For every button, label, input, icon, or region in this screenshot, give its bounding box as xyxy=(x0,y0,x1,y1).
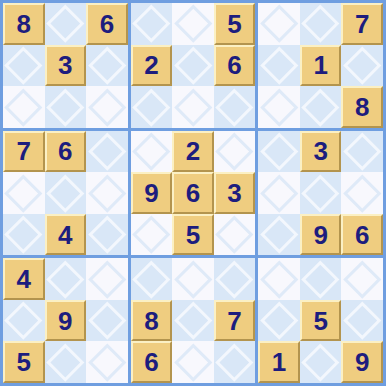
cell-r3c4[interactable] xyxy=(131,86,173,128)
cell-r5c6: 3 xyxy=(214,172,256,214)
box-7: 495 xyxy=(3,258,128,383)
diamond-pattern xyxy=(343,133,381,171)
diamond-pattern xyxy=(343,260,381,298)
cell-r9c5[interactable] xyxy=(172,341,214,383)
cell-r2c7[interactable] xyxy=(258,45,300,87)
diamond-pattern xyxy=(5,302,43,340)
diamond-pattern xyxy=(88,88,126,126)
diamond-pattern xyxy=(47,260,85,298)
diamond-pattern xyxy=(302,88,340,126)
diamond-pattern xyxy=(343,174,381,212)
cell-r8c8: 5 xyxy=(300,300,342,342)
cell-r7c9[interactable] xyxy=(341,258,383,300)
cell-r6c1[interactable] xyxy=(3,214,45,256)
diamond-pattern xyxy=(260,302,298,340)
diamond-pattern xyxy=(302,343,340,381)
cell-r4c9[interactable] xyxy=(341,131,383,173)
cell-r2c8: 1 xyxy=(300,45,342,87)
diamond-pattern xyxy=(133,133,171,171)
diamond-pattern xyxy=(260,133,298,171)
diamond-pattern xyxy=(47,5,85,43)
cell-r9c9: 9 xyxy=(341,341,383,383)
cell-r5c3[interactable] xyxy=(86,172,128,214)
cell-r1c1: 8 xyxy=(3,3,45,45)
cell-r9c8[interactable] xyxy=(300,341,342,383)
diamond-pattern xyxy=(88,343,126,381)
diamond-pattern xyxy=(260,216,298,254)
cell-r3c9: 8 xyxy=(341,86,383,128)
diamond-pattern xyxy=(5,174,43,212)
cell-r5c7[interactable] xyxy=(258,172,300,214)
cell-r4c3[interactable] xyxy=(86,131,128,173)
diamond-pattern xyxy=(216,133,254,171)
cell-r8c5[interactable] xyxy=(172,300,214,342)
diamond-pattern xyxy=(88,47,126,85)
diamond-pattern xyxy=(133,260,171,298)
box-6: 396 xyxy=(258,131,383,256)
cell-r3c7[interactable] xyxy=(258,86,300,128)
diamond-pattern xyxy=(174,5,212,43)
diamond-pattern xyxy=(5,216,43,254)
cell-r9c4: 6 xyxy=(131,341,173,383)
cell-r7c5[interactable] xyxy=(172,258,214,300)
cell-r4c2: 6 xyxy=(45,131,87,173)
cell-r2c2: 3 xyxy=(45,45,87,87)
diamond-pattern xyxy=(216,216,254,254)
cell-r5c5: 6 xyxy=(172,172,214,214)
cell-r3c5[interactable] xyxy=(172,86,214,128)
box-9: 519 xyxy=(258,258,383,383)
diamond-pattern xyxy=(260,174,298,212)
cell-r3c2[interactable] xyxy=(45,86,87,128)
box-3: 718 xyxy=(258,3,383,128)
diamond-pattern xyxy=(47,88,85,126)
diamond-pattern xyxy=(88,260,126,298)
cell-r9c7: 1 xyxy=(258,341,300,383)
diamond-pattern xyxy=(47,343,85,381)
diamond-pattern xyxy=(133,216,171,254)
cell-r1c4[interactable] xyxy=(131,3,173,45)
diamond-pattern xyxy=(260,260,298,298)
diamond-pattern xyxy=(5,47,43,85)
cell-r7c8[interactable] xyxy=(300,258,342,300)
diamond-pattern xyxy=(302,260,340,298)
cell-r4c8: 3 xyxy=(300,131,342,173)
cell-r6c8: 9 xyxy=(300,214,342,256)
diamond-pattern xyxy=(216,260,254,298)
cell-r8c2: 9 xyxy=(45,300,87,342)
cell-r2c4: 2 xyxy=(131,45,173,87)
cell-r6c3[interactable] xyxy=(86,214,128,256)
cell-r4c7[interactable] xyxy=(258,131,300,173)
box-2: 526 xyxy=(131,3,256,128)
cell-r3c8[interactable] xyxy=(300,86,342,128)
cell-r4c4[interactable] xyxy=(131,131,173,173)
diamond-pattern xyxy=(216,343,254,381)
diamond-pattern xyxy=(343,47,381,85)
diamond-pattern xyxy=(88,174,126,212)
diamond-pattern xyxy=(302,5,340,43)
cell-r6c5: 5 xyxy=(172,214,214,256)
cell-r1c3: 6 xyxy=(86,3,128,45)
cell-r8c7[interactable] xyxy=(258,300,300,342)
cell-r6c2: 4 xyxy=(45,214,87,256)
diamond-pattern xyxy=(133,88,171,126)
cell-r7c3[interactable] xyxy=(86,258,128,300)
cell-r6c9: 6 xyxy=(341,214,383,256)
box-5: 29635 xyxy=(131,131,256,256)
cell-r1c2[interactable] xyxy=(45,3,87,45)
cell-r4c6[interactable] xyxy=(214,131,256,173)
cell-r3c3[interactable] xyxy=(86,86,128,128)
cell-r5c9[interactable] xyxy=(341,172,383,214)
cell-r2c3[interactable] xyxy=(86,45,128,87)
cell-r3c1[interactable] xyxy=(3,86,45,128)
cell-r9c6[interactable] xyxy=(214,341,256,383)
diamond-pattern xyxy=(133,5,171,43)
box-1: 863 xyxy=(3,3,128,128)
cell-r5c4: 9 xyxy=(131,172,173,214)
cell-r3c6[interactable] xyxy=(214,86,256,128)
cell-r7c7[interactable] xyxy=(258,258,300,300)
cell-r7c1: 4 xyxy=(3,258,45,300)
cell-r5c1[interactable] xyxy=(3,172,45,214)
cell-r8c1[interactable] xyxy=(3,300,45,342)
diamond-pattern xyxy=(174,302,212,340)
cell-r2c9[interactable] xyxy=(341,45,383,87)
cell-r1c8[interactable] xyxy=(300,3,342,45)
diamond-pattern xyxy=(260,5,298,43)
diamond-pattern xyxy=(5,88,43,126)
cell-r8c4: 8 xyxy=(131,300,173,342)
cell-r1c6: 5 xyxy=(214,3,256,45)
diamond-pattern xyxy=(343,302,381,340)
cell-r7c6[interactable] xyxy=(214,258,256,300)
cell-r9c2[interactable] xyxy=(45,341,87,383)
cell-r7c4[interactable] xyxy=(131,258,173,300)
cell-r8c6: 7 xyxy=(214,300,256,342)
cell-r4c1: 7 xyxy=(3,131,45,173)
diamond-pattern xyxy=(260,47,298,85)
diamond-pattern xyxy=(216,88,254,126)
diamond-pattern xyxy=(88,302,126,340)
diamond-pattern xyxy=(88,216,126,254)
box-4: 764 xyxy=(3,131,128,256)
cell-r6c4[interactable] xyxy=(131,214,173,256)
cell-r9c3[interactable] xyxy=(86,341,128,383)
cell-r1c9: 7 xyxy=(341,3,383,45)
diamond-pattern xyxy=(260,88,298,126)
cell-r1c7[interactable] xyxy=(258,3,300,45)
cell-r8c3[interactable] xyxy=(86,300,128,342)
diamond-pattern xyxy=(174,343,212,381)
cell-r2c5[interactable] xyxy=(172,45,214,87)
diamond-pattern xyxy=(88,133,126,171)
cell-r6c6[interactable] xyxy=(214,214,256,256)
diamond-pattern xyxy=(174,88,212,126)
cell-r2c6: 6 xyxy=(214,45,256,87)
cell-r7c2[interactable] xyxy=(45,258,87,300)
cell-r5c2[interactable] xyxy=(45,172,87,214)
cell-r6c7[interactable] xyxy=(258,214,300,256)
diamond-pattern xyxy=(174,47,212,85)
cell-r4c5: 2 xyxy=(172,131,214,173)
cell-r1c5[interactable] xyxy=(172,3,214,45)
diamond-pattern xyxy=(47,174,85,212)
sudoku-board: 86352671876429635396495876519 xyxy=(0,0,386,386)
cell-r9c1: 5 xyxy=(3,341,45,383)
cell-r8c9[interactable] xyxy=(341,300,383,342)
cell-r2c1[interactable] xyxy=(3,45,45,87)
cell-r5c8[interactable] xyxy=(300,172,342,214)
box-8: 876 xyxy=(131,258,256,383)
diamond-pattern xyxy=(174,260,212,298)
diamond-pattern xyxy=(302,174,340,212)
